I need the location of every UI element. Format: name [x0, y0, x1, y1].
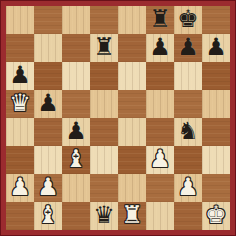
black-pawn-h7[interactable]: ♟ — [202, 34, 230, 62]
square-f5[interactable] — [146, 90, 174, 118]
square-b6[interactable] — [34, 62, 62, 90]
square-g2[interactable]: ♟ — [174, 174, 202, 202]
white-queen-a5[interactable]: ♛ — [6, 90, 34, 118]
square-f6[interactable] — [146, 62, 174, 90]
square-g5[interactable] — [174, 90, 202, 118]
square-c3[interactable]: ♝ — [62, 146, 90, 174]
black-pawn-b5[interactable]: ♟ — [34, 90, 62, 118]
square-e1[interactable]: ♜ — [118, 202, 146, 230]
square-a7[interactable] — [6, 34, 34, 62]
square-f8[interactable]: ♜ — [146, 6, 174, 34]
square-f1[interactable] — [146, 202, 174, 230]
square-c5[interactable] — [62, 90, 90, 118]
square-a4[interactable] — [6, 118, 34, 146]
square-h1[interactable]: ♚ — [202, 202, 230, 230]
white-bishop-b1[interactable]: ♝ — [34, 202, 62, 230]
square-g8[interactable]: ♚ — [174, 6, 202, 34]
square-e4[interactable] — [118, 118, 146, 146]
square-c6[interactable] — [62, 62, 90, 90]
white-pawn-b2[interactable]: ♟ — [34, 174, 62, 202]
square-h3[interactable] — [202, 146, 230, 174]
square-e5[interactable] — [118, 90, 146, 118]
black-king-g8[interactable]: ♚ — [174, 6, 202, 34]
white-pawn-f3[interactable]: ♟ — [146, 146, 174, 174]
white-pawn-g2[interactable]: ♟ — [174, 174, 202, 202]
square-g6[interactable] — [174, 62, 202, 90]
square-g3[interactable] — [174, 146, 202, 174]
square-d5[interactable] — [90, 90, 118, 118]
square-c8[interactable] — [62, 6, 90, 34]
square-d6[interactable] — [90, 62, 118, 90]
square-a5[interactable]: ♛ — [6, 90, 34, 118]
white-king-h1[interactable]: ♚ — [202, 202, 230, 230]
square-h8[interactable] — [202, 6, 230, 34]
square-b5[interactable]: ♟ — [34, 90, 62, 118]
black-pawn-f7[interactable]: ♟ — [146, 34, 174, 62]
square-f7[interactable]: ♟ — [146, 34, 174, 62]
square-h4[interactable] — [202, 118, 230, 146]
square-h2[interactable] — [202, 174, 230, 202]
square-a1[interactable] — [6, 202, 34, 230]
square-d2[interactable] — [90, 174, 118, 202]
square-g7[interactable]: ♟ — [174, 34, 202, 62]
square-a3[interactable] — [6, 146, 34, 174]
chess-board: ♜♚♜♟♟♟♟♛♟♟♞♝♟♟♟♟♝♛♜♚ — [0, 0, 236, 236]
square-d4[interactable] — [90, 118, 118, 146]
white-rook-e1[interactable]: ♜ — [118, 202, 146, 230]
square-g4[interactable]: ♞ — [174, 118, 202, 146]
square-c4[interactable]: ♟ — [62, 118, 90, 146]
square-d1[interactable]: ♛ — [90, 202, 118, 230]
black-rook-f8[interactable]: ♜ — [146, 6, 174, 34]
square-b2[interactable]: ♟ — [34, 174, 62, 202]
square-d7[interactable]: ♜ — [90, 34, 118, 62]
square-a8[interactable] — [6, 6, 34, 34]
square-b7[interactable] — [34, 34, 62, 62]
square-h7[interactable]: ♟ — [202, 34, 230, 62]
square-b1[interactable]: ♝ — [34, 202, 62, 230]
square-c2[interactable] — [62, 174, 90, 202]
square-a2[interactable]: ♟ — [6, 174, 34, 202]
black-pawn-a6[interactable]: ♟ — [6, 62, 34, 90]
square-b8[interactable] — [34, 6, 62, 34]
square-d8[interactable] — [90, 6, 118, 34]
square-f3[interactable]: ♟ — [146, 146, 174, 174]
square-e6[interactable] — [118, 62, 146, 90]
square-c1[interactable] — [62, 202, 90, 230]
black-pawn-c4[interactable]: ♟ — [62, 118, 90, 146]
square-b4[interactable] — [34, 118, 62, 146]
square-h6[interactable] — [202, 62, 230, 90]
square-e3[interactable] — [118, 146, 146, 174]
square-f4[interactable] — [146, 118, 174, 146]
square-e7[interactable] — [118, 34, 146, 62]
square-e2[interactable] — [118, 174, 146, 202]
black-pawn-g7[interactable]: ♟ — [174, 34, 202, 62]
square-g1[interactable] — [174, 202, 202, 230]
square-e8[interactable] — [118, 6, 146, 34]
black-rook-d7[interactable]: ♜ — [90, 34, 118, 62]
square-d3[interactable] — [90, 146, 118, 174]
black-knight-g4[interactable]: ♞ — [174, 118, 202, 146]
square-a6[interactable]: ♟ — [6, 62, 34, 90]
black-queen-d1[interactable]: ♛ — [90, 202, 118, 230]
white-bishop-c3[interactable]: ♝ — [62, 146, 90, 174]
square-c7[interactable] — [62, 34, 90, 62]
square-h5[interactable] — [202, 90, 230, 118]
white-pawn-a2[interactable]: ♟ — [6, 174, 34, 202]
square-f2[interactable] — [146, 174, 174, 202]
square-b3[interactable] — [34, 146, 62, 174]
